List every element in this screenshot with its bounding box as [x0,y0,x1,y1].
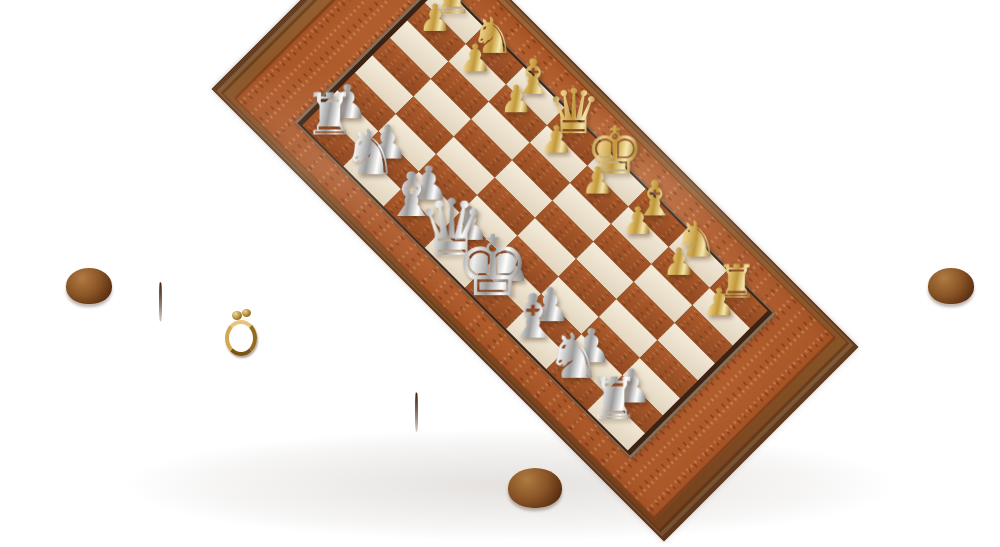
piece-glyph: ♟ [418,0,452,37]
piece-glyph: ♟ [458,39,492,77]
ring-mount-knob [232,311,242,320]
piece-glyph: ♟ [540,121,574,159]
drawer-seam-left [159,282,162,322]
piece-glyph: ♟ [662,243,696,281]
piece-glyph: ♟ [702,283,736,321]
drawer-ring-pull-icon [225,320,257,356]
drawer-seam-right [415,392,418,432]
piece-glyph: ♟ [580,161,614,199]
chess-set-product-photo: ♜♞♝♛♚♝♞♜♟♟♟♟♟♟♟♟♟♟♟♟♟♟♟♟♜♞♝♛♚♝♞♜ [0,0,1000,547]
piece-glyph: ♟ [499,80,533,118]
piece-glyph: ♟ [621,202,655,240]
piece-glyph: ♜ [588,370,640,428]
ring-mount-knob-2 [242,309,251,317]
square-h1[interactable]: ♜ [587,392,645,450]
brass-ring [225,320,257,356]
